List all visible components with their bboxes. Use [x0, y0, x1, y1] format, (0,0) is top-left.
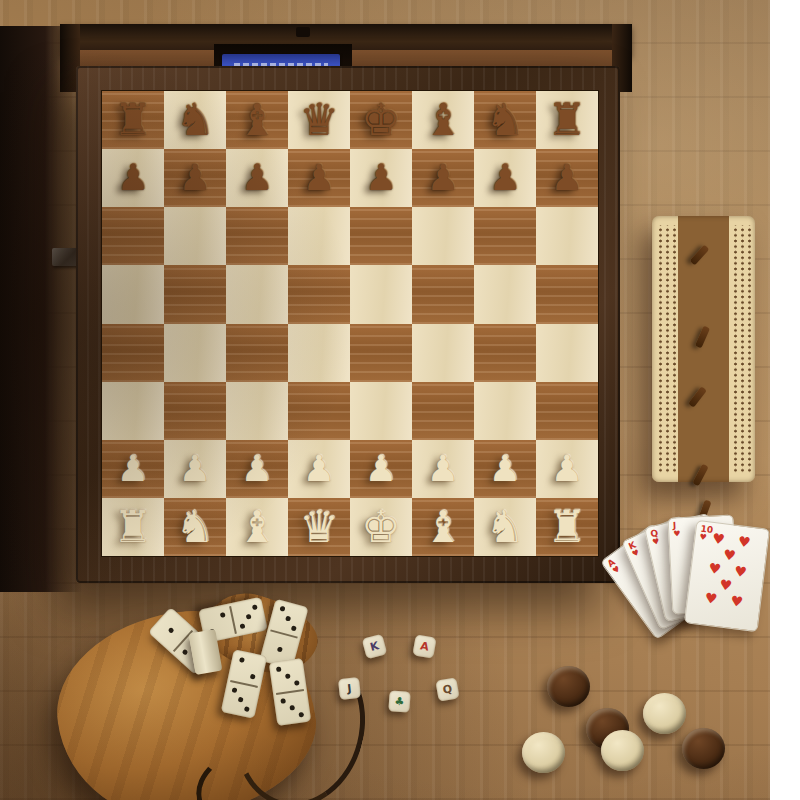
cribbage-peg — [690, 244, 710, 265]
piece-dark-knight: ♞ — [175, 98, 214, 142]
square-f2[interactable]: ♟ — [412, 440, 474, 498]
square-b5[interactable] — [164, 265, 226, 323]
piece-light-pawn: ♟ — [303, 451, 335, 487]
square-e1[interactable]: ♚ — [350, 498, 412, 556]
square-g4[interactable] — [474, 324, 536, 382]
piece-dark-pawn: ♟ — [489, 160, 521, 196]
domino-pip — [277, 646, 283, 652]
square-g2[interactable]: ♟ — [474, 440, 536, 498]
piece-dark-pawn: ♟ — [365, 160, 397, 196]
domino-pip — [250, 674, 256, 680]
square-g8[interactable]: ♞ — [474, 91, 536, 149]
square-d2[interactable]: ♟ — [288, 440, 350, 498]
piece-light-bishop: ♝ — [237, 505, 276, 549]
square-a1[interactable]: ♜ — [102, 498, 164, 556]
domino-pip — [238, 697, 244, 703]
cribbage-peg — [692, 464, 709, 487]
square-b7[interactable]: ♟ — [164, 149, 226, 207]
square-f5[interactable] — [412, 265, 474, 323]
heart-pip-icon: ♥ — [730, 594, 744, 609]
square-g7[interactable]: ♟ — [474, 149, 536, 207]
square-c3[interactable] — [226, 382, 288, 440]
piece-light-pawn: ♟ — [179, 451, 211, 487]
card-index: J♥ — [673, 521, 681, 538]
domino-pip — [220, 612, 226, 618]
piece-light-pawn: ♟ — [427, 451, 459, 487]
square-c1[interactable]: ♝ — [226, 498, 288, 556]
square-b4[interactable] — [164, 324, 226, 382]
square-a6[interactable] — [102, 207, 164, 265]
square-b2[interactable]: ♟ — [164, 440, 226, 498]
square-f7[interactable]: ♟ — [412, 149, 474, 207]
square-h4[interactable] — [536, 324, 598, 382]
checker-dark — [547, 666, 590, 707]
square-e8[interactable]: ♚ — [350, 91, 412, 149]
square-d6[interactable] — [288, 207, 350, 265]
square-a4[interactable] — [102, 324, 164, 382]
piece-dark-knight: ♞ — [485, 98, 524, 142]
square-h3[interactable] — [536, 382, 598, 440]
hinge-icon — [52, 248, 78, 266]
square-g1[interactable]: ♞ — [474, 498, 536, 556]
heart-pip-icon: ♥ — [704, 591, 718, 606]
heart-pip-icon: ♥ — [723, 547, 737, 562]
square-c6[interactable] — [226, 207, 288, 265]
piece-dark-queen: ♛ — [299, 98, 338, 142]
card-index: K♥ — [627, 540, 640, 558]
piece-light-pawn: ♟ — [489, 451, 521, 487]
domino-pip — [244, 706, 250, 712]
square-f1[interactable]: ♝ — [412, 498, 474, 556]
square-e4[interactable] — [350, 324, 412, 382]
piece-light-knight: ♞ — [485, 505, 524, 549]
cribbage-peg — [695, 326, 710, 349]
heart-pip-icon: ♥ — [719, 577, 733, 592]
card-index: Q♥ — [650, 529, 661, 547]
piece-light-bishop: ♝ — [423, 505, 462, 549]
piece-light-king: ♚ — [361, 505, 400, 549]
peg-hole-track-left — [655, 225, 676, 473]
poker-die-♣: ♣ — [388, 690, 410, 712]
square-d8[interactable]: ♛ — [288, 91, 350, 149]
piece-dark-bishop: ♝ — [237, 98, 276, 142]
piece-light-pawn: ♟ — [365, 451, 397, 487]
square-b6[interactable] — [164, 207, 226, 265]
square-h1[interactable]: ♜ — [536, 498, 598, 556]
checker-light — [601, 730, 644, 771]
domino-pip — [231, 687, 237, 693]
piece-light-pawn: ♟ — [551, 451, 583, 487]
cribbage-board — [652, 216, 755, 482]
domino-pip — [252, 604, 258, 610]
piece-light-knight: ♞ — [175, 505, 214, 549]
square-d7[interactable]: ♟ — [288, 149, 350, 207]
poker-die-Q: Q — [435, 677, 459, 701]
domino-pip — [276, 667, 282, 673]
square-d1[interactable]: ♛ — [288, 498, 350, 556]
domino-half — [221, 680, 261, 718]
drawer-knob — [296, 27, 310, 37]
piece-light-pawn: ♟ — [241, 451, 273, 487]
piece-dark-pawn: ♟ — [241, 160, 273, 196]
square-c4[interactable] — [226, 324, 288, 382]
domino-half — [273, 690, 311, 726]
square-g5[interactable] — [474, 265, 536, 323]
domino-pip — [280, 699, 286, 705]
domino-pip — [240, 623, 246, 629]
domino-pip — [285, 673, 291, 679]
square-b3[interactable] — [164, 382, 226, 440]
square-c2[interactable]: ♟ — [226, 440, 288, 498]
box-side-shadow — [0, 26, 82, 592]
piece-light-queen: ♛ — [299, 505, 338, 549]
piece-dark-pawn: ♟ — [551, 160, 583, 196]
square-a5[interactable] — [102, 265, 164, 323]
square-h8[interactable]: ♜ — [536, 91, 598, 149]
heart-pip-icon: ♥ — [711, 531, 725, 546]
square-e6[interactable] — [350, 207, 412, 265]
domino-pip — [181, 649, 188, 656]
image-margin — [770, 0, 800, 800]
heart-suit-icon: ♥ — [631, 549, 641, 559]
heart-suit-icon: ♥ — [611, 565, 622, 576]
heart-suit-icon: ♥ — [652, 537, 661, 547]
domino-pip — [299, 711, 305, 717]
checker-light — [522, 732, 565, 773]
square-h5[interactable] — [536, 265, 598, 323]
piece-dark-pawn: ♟ — [303, 160, 335, 196]
playing-card-front: 10♥♥♥♥♥♥♥♥♥ — [684, 520, 770, 632]
square-g6[interactable] — [474, 207, 536, 265]
domino-pip — [239, 657, 245, 663]
poker-die-A: A — [412, 634, 436, 658]
square-a3[interactable] — [102, 382, 164, 440]
square-e7[interactable]: ♟ — [350, 149, 412, 207]
square-h6[interactable] — [536, 207, 598, 265]
piece-dark-rook: ♜ — [547, 98, 586, 142]
wood-floor: ♜♞♝♛♚♝♞♜♟♟♟♟♟♟♟♟♟♟♟♟♟♟♟♟♜♞♝♛♚♝♞♜ A♥K♥Q♥J… — [0, 0, 770, 800]
square-d4[interactable] — [288, 324, 350, 382]
heart-suit-icon: ♥ — [699, 533, 712, 542]
heart-pip-icon: ♥ — [708, 561, 722, 576]
square-f6[interactable] — [412, 207, 474, 265]
piece-dark-pawn: ♟ — [179, 160, 211, 196]
square-c7[interactable]: ♟ — [226, 149, 288, 207]
playing-cards-fan: A♥K♥Q♥J♥10♥♥♥♥♥♥♥♥♥ — [620, 515, 770, 650]
domino-half — [269, 658, 307, 694]
heart-pip-icon: ♥ — [737, 534, 751, 549]
square-c5[interactable] — [226, 265, 288, 323]
square-a7[interactable]: ♟ — [102, 149, 164, 207]
domino-pip — [279, 606, 285, 612]
square-e2[interactable]: ♟ — [350, 440, 412, 498]
piece-dark-pawn: ♟ — [427, 160, 459, 196]
piece-light-rook: ♜ — [113, 505, 152, 549]
square-e5[interactable] — [350, 265, 412, 323]
domino-pip — [246, 614, 252, 620]
chess-board: ♜♞♝♛♚♝♞♜♟♟♟♟♟♟♟♟♟♟♟♟♟♟♟♟♜♞♝♛♚♝♞♜ — [102, 91, 598, 556]
square-b8[interactable]: ♞ — [164, 91, 226, 149]
square-h2[interactable]: ♟ — [536, 440, 598, 498]
square-f3[interactable] — [412, 382, 474, 440]
poker-die-J: J — [338, 677, 361, 700]
poker-die-K: K — [362, 634, 388, 660]
cribbage-peg — [688, 386, 707, 408]
card-index: A♥ — [606, 558, 622, 576]
domino-pip — [294, 680, 300, 686]
scene: ♜♞♝♛♚♝♞♜♟♟♟♟♟♟♟♟♟♟♟♟♟♟♟♟♜♞♝♛♚♝♞♜ A♥K♥Q♥J… — [0, 0, 800, 800]
piece-light-rook: ♜ — [547, 505, 586, 549]
square-f4[interactable] — [412, 324, 474, 382]
peg-hole-track-right — [730, 225, 751, 473]
heart-pip-icon: ♥ — [734, 564, 748, 579]
square-g3[interactable] — [474, 382, 536, 440]
square-b1[interactable]: ♞ — [164, 498, 226, 556]
heart-suit-icon: ♥ — [673, 530, 681, 538]
square-e3[interactable] — [350, 382, 412, 440]
domino-pip — [168, 627, 175, 634]
square-d3[interactable] — [288, 382, 350, 440]
checker-dark — [682, 728, 725, 769]
checker-light — [643, 693, 686, 734]
square-h7[interactable]: ♟ — [536, 149, 598, 207]
domino-pip — [289, 705, 295, 711]
piece-light-pawn: ♟ — [117, 451, 149, 487]
square-c8[interactable]: ♝ — [226, 91, 288, 149]
piece-dark-rook: ♜ — [113, 98, 152, 142]
domino-pip — [291, 625, 297, 631]
piece-dark-pawn: ♟ — [117, 160, 149, 196]
piece-dark-king: ♚ — [361, 98, 400, 142]
square-d5[interactable] — [288, 265, 350, 323]
square-f8[interactable]: ♝ — [412, 91, 474, 149]
piece-dark-bishop: ♝ — [423, 98, 462, 142]
square-a8[interactable]: ♜ — [102, 91, 164, 149]
square-a2[interactable]: ♟ — [102, 440, 164, 498]
domino-pip — [285, 615, 291, 621]
